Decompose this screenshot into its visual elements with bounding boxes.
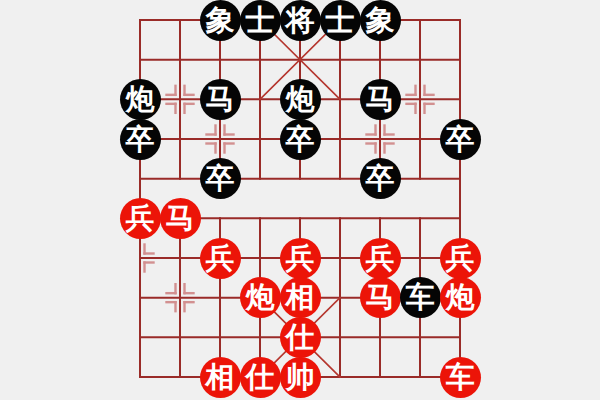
red-cannon[interactable]: 炮 (440, 277, 481, 318)
red-horse[interactable]: 马 (360, 277, 401, 318)
black-advisor[interactable]: 士 (240, 0, 281, 41)
red-elephant[interactable]: 相 (200, 357, 241, 398)
red-advisor[interactable]: 仕 (240, 357, 281, 398)
red-cannon[interactable]: 炮 (240, 277, 281, 318)
black-advisor[interactable]: 士 (320, 0, 361, 41)
black-general[interactable]: 将 (280, 0, 321, 41)
red-horse[interactable]: 马 (160, 198, 201, 239)
red-chariot[interactable]: 车 (440, 357, 481, 398)
red-elephant[interactable]: 相 (280, 277, 321, 318)
black-chariot[interactable]: 车 (400, 277, 441, 318)
black-soldier[interactable]: 卒 (440, 119, 481, 160)
red-general[interactable]: 帅 (280, 357, 321, 398)
black-cannon[interactable]: 炮 (280, 79, 321, 120)
red-soldier[interactable]: 兵 (440, 238, 481, 279)
black-horse[interactable]: 马 (200, 79, 241, 120)
black-soldier[interactable]: 卒 (120, 119, 161, 160)
red-advisor[interactable]: 仕 (280, 317, 321, 358)
black-soldier[interactable]: 卒 (200, 158, 241, 199)
black-horse[interactable]: 马 (360, 79, 401, 120)
pieces-layer: 象士将士象炮马炮马卒卒卒卒卒兵马兵兵兵兵炮相马车炮仕相仕帅车 (0, 0, 600, 400)
xiangqi-app-screen: 象士将士象炮马炮马卒卒卒卒卒兵马兵兵兵兵炮相马车炮仕相仕帅车 (0, 0, 600, 400)
black-soldier[interactable]: 卒 (280, 119, 321, 160)
black-elephant[interactable]: 象 (200, 0, 241, 41)
black-cannon[interactable]: 炮 (120, 79, 161, 120)
red-soldier[interactable]: 兵 (280, 238, 321, 279)
black-soldier[interactable]: 卒 (360, 158, 401, 199)
red-soldier[interactable]: 兵 (120, 198, 161, 239)
red-soldier[interactable]: 兵 (360, 238, 401, 279)
red-soldier[interactable]: 兵 (200, 238, 241, 279)
black-elephant[interactable]: 象 (360, 0, 401, 41)
